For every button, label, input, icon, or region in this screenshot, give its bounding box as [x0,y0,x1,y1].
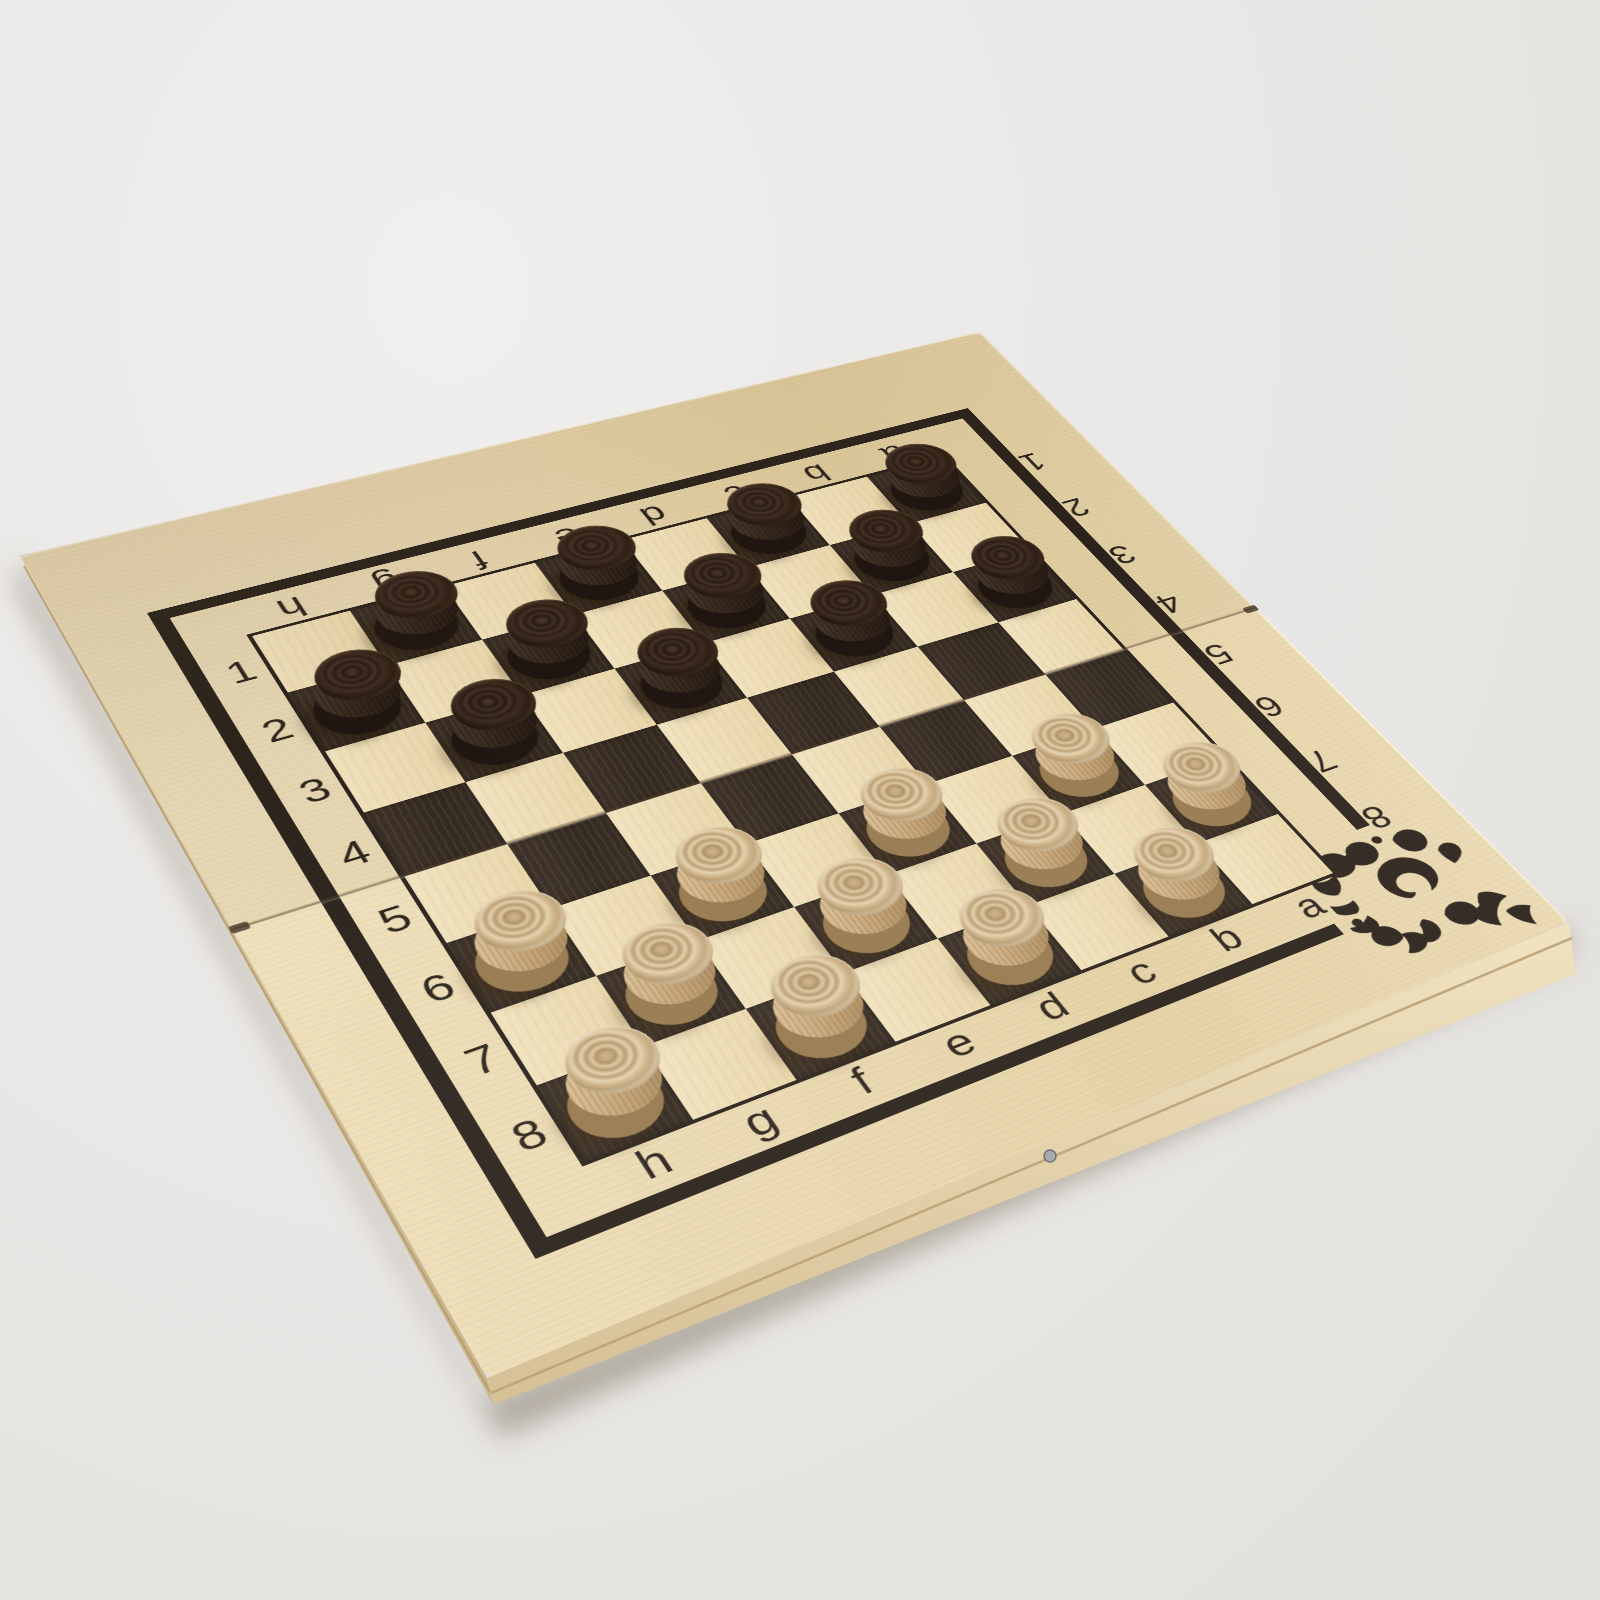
piece-dark-a3[interactable] [964,556,1065,615]
file-label-near-b: b [1201,917,1252,959]
rank-label-left-3: 3 [291,770,338,810]
rank-label-left-8: 8 [502,1109,556,1160]
piece-dark-e3[interactable] [626,650,735,717]
file-label-near-e: e [932,1020,985,1066]
file-label-far-f: f [463,545,494,575]
file-label-near-c: c [1116,951,1166,993]
piece-dark-c1[interactable] [718,503,819,561]
piece-light-e7[interactable] [807,883,925,964]
file-label-far-d: d [632,500,674,531]
piece-dark-f2[interactable] [494,622,603,688]
rank-label-left-2: 2 [254,711,300,750]
rank-label-left-1: 1 [219,653,264,690]
piece-dark-h2[interactable] [300,673,413,743]
file-label-near-g: g [733,1096,787,1146]
file-label-far-h: h [269,590,313,625]
piece-light-f6[interactable] [663,852,781,932]
piece-light-b6[interactable] [1024,736,1133,806]
fold-seam-notch-left [228,921,251,934]
rank-label-left-4: 4 [330,832,378,874]
piece-dark-c3[interactable] [801,602,906,665]
piece-light-g7[interactable] [610,950,733,1037]
rank-label-left-7: 7 [456,1036,508,1085]
piece-dark-e1[interactable] [546,547,651,608]
piece-light-a7[interactable] [1157,765,1266,836]
rank-label-left-5: 5 [370,897,420,941]
clasp-screw [1044,1150,1056,1162]
file-label-far-b: b [795,459,837,488]
piece-dark-d2[interactable] [674,574,779,636]
file-label-near-h: h [627,1137,682,1189]
file-label-near-d: d [1026,984,1078,1029]
piece-light-h6[interactable] [460,918,583,1003]
photo-scene: { "game": "checkers", "variant": "Russia… [0,0,1600,1600]
piece-light-d6[interactable] [851,792,964,866]
rank-label-left-6: 6 [412,965,463,1011]
piece-light-c7[interactable] [989,822,1102,897]
piece-dark-b2[interactable] [841,530,942,589]
file-label-near-f: f [841,1060,882,1103]
piece-dark-g3[interactable] [438,703,551,774]
piece-dark-g1[interactable] [362,593,471,658]
